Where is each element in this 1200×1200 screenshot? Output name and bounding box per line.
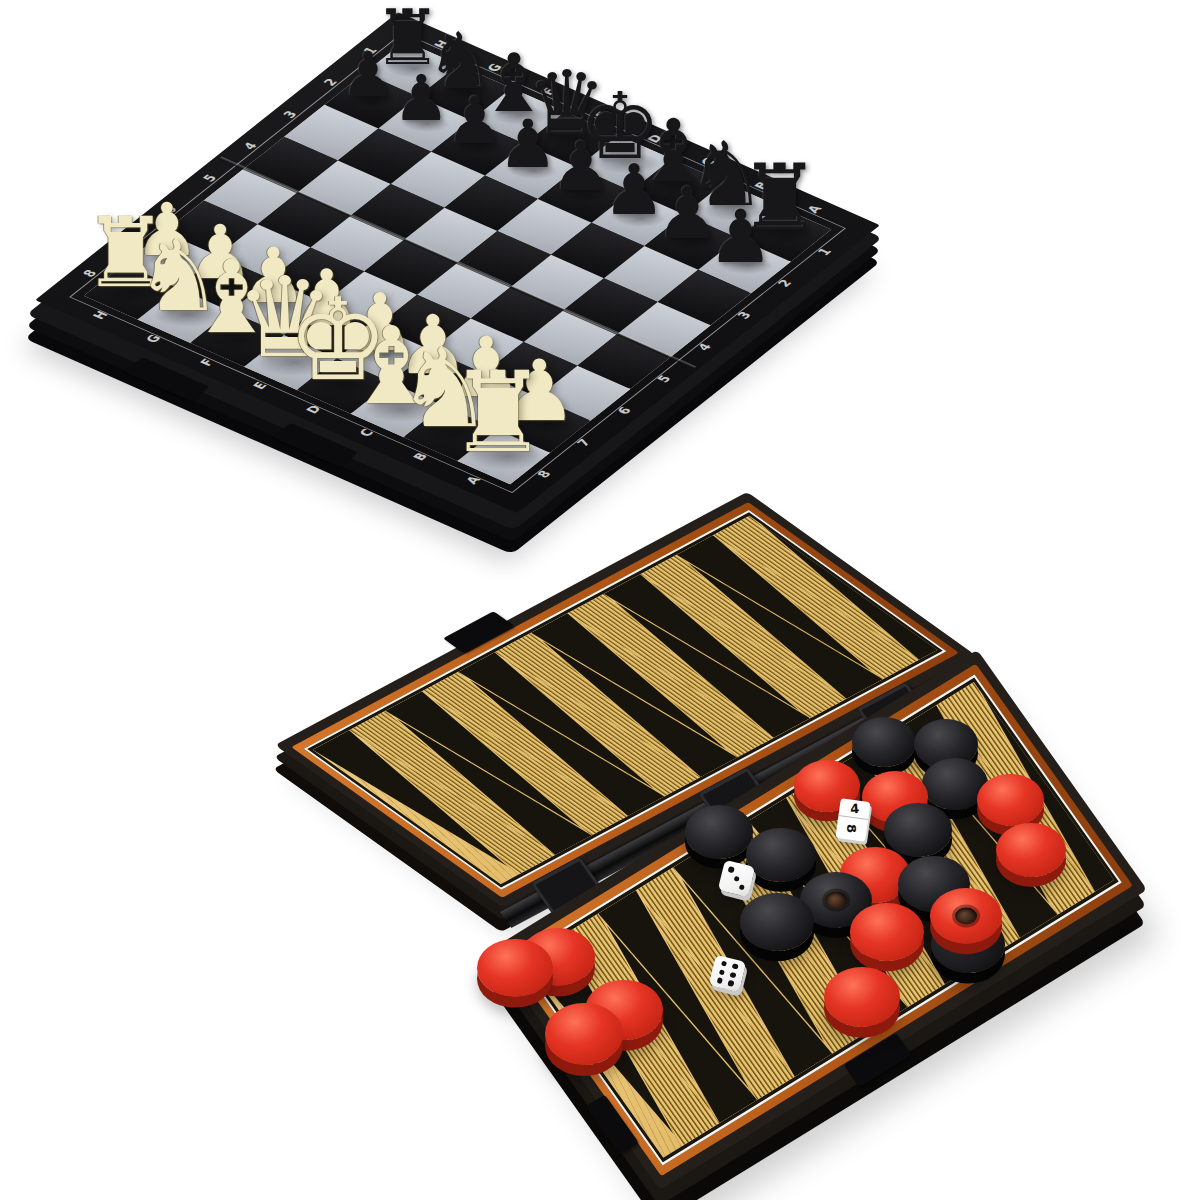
die-pip [730,972,737,979]
checker-magnet-center [955,907,977,924]
red-checker[interactable] [977,774,1044,826]
red-checker[interactable] [996,823,1066,877]
black-checker[interactable] [740,893,813,950]
red-checker[interactable] [477,939,552,998]
black-checker[interactable] [852,717,916,767]
doubling-cube[interactable]: 4 8 [835,798,870,842]
chess-piece-white-rook[interactable]: ♜ [448,357,548,468]
die-pip [721,960,728,967]
black-checker[interactable] [884,803,953,856]
chess-piece-black-pawn[interactable]: ♟ [498,111,558,178]
chess-piece-black-pawn[interactable]: ♟ [340,45,395,107]
product-photo-scene: HHGGFFEEDDCCBBAA1122334455667788 ♜♞♝♛♚♝♞… [0,0,1200,1200]
checker-magnet-center [825,892,847,909]
black-checker[interactable] [746,828,816,882]
die-pip [728,866,735,873]
die-pip [733,875,740,882]
doubling-cube-front-value: 8 [844,813,859,841]
red-checker[interactable] [824,967,901,1027]
die-pip [727,980,734,987]
chess-piece-black-pawn[interactable]: ♟ [445,89,503,154]
die-pip [732,963,739,970]
die-pip [719,969,726,976]
die-pip [717,977,724,984]
chess-piece-black-pawn[interactable]: ♟ [393,67,450,130]
die-pip [739,884,746,891]
red-checker[interactable] [850,903,924,960]
red-checker[interactable] [545,1003,624,1064]
black-checker[interactable] [685,805,754,859]
chess-piece-black-pawn[interactable]: ♟ [708,200,774,273]
